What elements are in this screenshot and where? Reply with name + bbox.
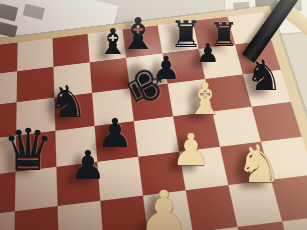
black-knight-c6[interactable]: ♞ bbox=[48, 80, 87, 124]
black-pawn-b3[interactable]: ♟ bbox=[70, 145, 106, 185]
white-pawn-d2[interactable]: ♟ bbox=[138, 183, 190, 230]
black-knight-g6[interactable]: ♞ bbox=[245, 55, 283, 97]
white-pawn-e4[interactable]: ♟ bbox=[171, 128, 210, 172]
white-bishop-g5[interactable]: ♝ bbox=[185, 77, 224, 121]
chessboard-photo: ♝♝♜♜♟♟♞♞♚♟♛♟♝♟♞♟ bbox=[0, 0, 307, 230]
black-pawn-g7[interactable]: ♟ bbox=[196, 40, 219, 66]
white-knight-g3[interactable]: ♞ bbox=[236, 138, 283, 190]
black-queen-a3[interactable]: ♛ bbox=[2, 121, 54, 179]
